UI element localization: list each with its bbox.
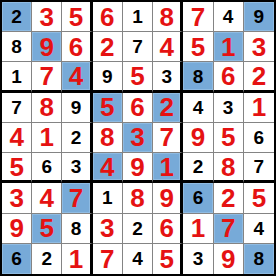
cell-r1c8[interactable]: 4: [214, 2, 244, 32]
cell-r1c7[interactable]: 7: [183, 2, 213, 32]
given-digit: 4: [254, 219, 265, 238]
given-digit: 6: [254, 128, 265, 147]
cell-r4c5[interactable]: 6: [123, 93, 153, 123]
cell-r4c2[interactable]: 8: [32, 93, 62, 123]
solved-digit: 7: [221, 215, 235, 241]
cell-r2c8[interactable]: 1: [214, 32, 244, 62]
given-digit: 7: [132, 37, 143, 56]
cell-r9c1[interactable]: 6: [2, 244, 32, 274]
cell-r4c4[interactable]: 5: [93, 93, 123, 123]
given-digit: 7: [11, 98, 22, 117]
solved-digit: 6: [100, 4, 114, 30]
given-digit: 7: [254, 157, 265, 176]
solved-digit: 8: [221, 154, 235, 180]
solved-digit: 1: [191, 215, 205, 241]
cell-r4c9[interactable]: 1: [244, 93, 274, 123]
cell-r6c4[interactable]: 4: [93, 153, 123, 183]
cell-r4c6[interactable]: 2: [153, 93, 183, 123]
solved-digit: 6: [69, 34, 83, 60]
solved-digit: 5: [221, 124, 235, 150]
solved-digit: 8: [40, 94, 54, 120]
solved-digit: 8: [100, 124, 114, 150]
cell-r3c8[interactable]: 6: [214, 62, 244, 92]
given-digit: 2: [132, 219, 143, 238]
cell-r1c1[interactable]: 2: [2, 2, 32, 32]
solved-digit: 4: [9, 124, 23, 150]
cell-r7c7[interactable]: 6: [183, 183, 213, 213]
cell-r8c7[interactable]: 1: [183, 214, 213, 244]
cell-r3c9[interactable]: 2: [244, 62, 274, 92]
solved-digit: 5: [191, 34, 205, 60]
solved-digit: 5: [159, 246, 173, 272]
solved-digit: 5: [9, 154, 23, 180]
solved-digit: 5: [252, 185, 266, 211]
cell-r7c5[interactable]: 8: [123, 183, 153, 213]
cell-r6c3[interactable]: 3: [62, 153, 92, 183]
cell-r3c7[interactable]: 8: [183, 62, 213, 92]
cell-r5c5[interactable]: 3: [123, 123, 153, 153]
solved-digit: 3: [100, 215, 114, 241]
cell-r1c9[interactable]: 9: [244, 2, 274, 32]
given-digit: 4: [193, 98, 204, 117]
cell-r7c2[interactable]: 4: [32, 183, 62, 213]
cell-r5c2[interactable]: 1: [32, 123, 62, 153]
cell-r9c3[interactable]: 1: [62, 244, 92, 274]
given-digit: 2: [42, 249, 53, 268]
solved-digit: 9: [40, 34, 54, 60]
solved-digit: 5: [100, 94, 114, 120]
cell-r8c5[interactable]: 2: [123, 214, 153, 244]
cell-r6c9[interactable]: 7: [244, 153, 274, 183]
cell-r1c6[interactable]: 8: [153, 2, 183, 32]
cell-r4c1[interactable]: 7: [2, 93, 32, 123]
given-digit: 9: [102, 67, 113, 86]
solved-digit: 7: [159, 124, 173, 150]
solved-digit: 7: [40, 63, 54, 89]
cell-r1c3[interactable]: 5: [62, 2, 92, 32]
cell-r7c4[interactable]: 1: [93, 183, 123, 213]
cell-r7c1[interactable]: 3: [2, 183, 32, 213]
cell-r9c6[interactable]: 5: [153, 244, 183, 274]
cell-r8c2[interactable]: 5: [32, 214, 62, 244]
cell-r7c3[interactable]: 7: [62, 183, 92, 213]
solved-digit: 6: [159, 215, 173, 241]
solved-digit: 8: [159, 4, 173, 30]
cell-r3c5[interactable]: 5: [123, 62, 153, 92]
cell-r4c7[interactable]: 4: [183, 93, 213, 123]
solved-digit: 9: [9, 215, 23, 241]
cell-r8c9[interactable]: 4: [244, 214, 274, 244]
solved-digit: 5: [40, 215, 54, 241]
cell-r3c6[interactable]: 3: [153, 62, 183, 92]
solved-digit: 3: [40, 4, 54, 30]
cell-r9c7[interactable]: 3: [183, 244, 213, 274]
given-digit: 8: [193, 67, 204, 86]
given-digit: 8: [71, 219, 82, 238]
given-digit: 9: [254, 7, 265, 26]
given-digit: 3: [223, 98, 234, 117]
cell-r4c8[interactable]: 3: [214, 93, 244, 123]
given-digit: 4: [223, 7, 234, 26]
solved-digit: 4: [40, 185, 54, 211]
given-digit: 8: [11, 37, 22, 56]
sudoku-app: 2356187498962745131749538627895624314128…: [0, 0, 276, 276]
solved-digit: 1: [252, 94, 266, 120]
cell-r3c4[interactable]: 9: [93, 62, 123, 92]
sudoku-board: 2356187498962745131749538627895624314128…: [0, 0, 276, 276]
solved-digit: 1: [40, 124, 54, 150]
cell-r9c2[interactable]: 2: [32, 244, 62, 274]
solved-digit: 3: [130, 124, 144, 150]
cell-r6c7[interactable]: 2: [183, 153, 213, 183]
cell-r3c1[interactable]: 1: [2, 62, 32, 92]
solved-digit: 2: [252, 63, 266, 89]
given-digit: 6: [11, 249, 22, 268]
cell-r7c8[interactable]: 2: [214, 183, 244, 213]
solved-digit: 1: [159, 154, 173, 180]
solved-digit: 4: [100, 154, 114, 180]
cell-r5c4[interactable]: 8: [93, 123, 123, 153]
cell-r5c6[interactable]: 7: [153, 123, 183, 153]
cell-r6c8[interactable]: 8: [214, 153, 244, 183]
cell-r8c1[interactable]: 9: [2, 214, 32, 244]
solved-digit: 7: [69, 185, 83, 211]
solved-digit: 7: [191, 4, 205, 30]
cell-r2c1[interactable]: 8: [2, 32, 32, 62]
cell-r9c8[interactable]: 9: [214, 244, 244, 274]
cell-r8c3[interactable]: 8: [62, 214, 92, 244]
solved-digit: 9: [159, 185, 173, 211]
cell-r9c5[interactable]: 4: [123, 244, 153, 274]
solved-digit: 3: [252, 34, 266, 60]
given-digit: 2: [11, 7, 22, 26]
solved-digit: 9: [221, 246, 235, 272]
cell-r2c6[interactable]: 4: [153, 32, 183, 62]
given-digit: 6: [193, 188, 204, 207]
solved-digit: 4: [159, 34, 173, 60]
solved-digit: 7: [100, 246, 114, 272]
cell-r8c8[interactable]: 7: [214, 214, 244, 244]
solved-digit: 5: [130, 63, 144, 89]
given-digit: 1: [11, 67, 22, 86]
cell-r1c5[interactable]: 1: [123, 2, 153, 32]
given-digit: 3: [71, 157, 82, 176]
cell-r8c4[interactable]: 3: [93, 214, 123, 244]
given-digit: 6: [42, 157, 53, 176]
solved-digit: 2: [100, 34, 114, 60]
solved-digit: 5: [69, 4, 83, 30]
cell-r5c3[interactable]: 2: [62, 123, 92, 153]
cell-r9c9[interactable]: 8: [244, 244, 274, 274]
cell-r5c1[interactable]: 4: [2, 123, 32, 153]
solved-digit: 9: [130, 154, 144, 180]
solved-digit: 1: [221, 34, 235, 60]
solved-digit: 3: [9, 185, 23, 211]
cell-r3c2[interactable]: 7: [32, 62, 62, 92]
cell-r8c6[interactable]: 6: [153, 214, 183, 244]
cell-r6c5[interactable]: 9: [123, 153, 153, 183]
given-digit: 3: [193, 249, 204, 268]
cell-r2c9[interactable]: 3: [244, 32, 274, 62]
solved-digit: 6: [221, 63, 235, 89]
solved-digit: 2: [221, 185, 235, 211]
cell-r2c4[interactable]: 2: [93, 32, 123, 62]
given-digit: 1: [102, 188, 113, 207]
cell-r2c3[interactable]: 6: [62, 32, 92, 62]
cell-r1c4[interactable]: 6: [93, 2, 123, 32]
cell-r5c8[interactable]: 5: [214, 123, 244, 153]
cell-r1c2[interactable]: 3: [32, 2, 62, 32]
cell-r5c7[interactable]: 9: [183, 123, 213, 153]
solved-digit: 8: [130, 185, 144, 211]
cell-r6c6[interactable]: 1: [153, 153, 183, 183]
given-digit: 2: [71, 128, 82, 147]
given-digit: 8: [254, 249, 265, 268]
solved-digit: 4: [69, 63, 83, 89]
cell-r7c6[interactable]: 9: [153, 183, 183, 213]
cell-r9c4[interactable]: 7: [93, 244, 123, 274]
cell-r6c2[interactable]: 6: [32, 153, 62, 183]
given-digit: 9: [71, 98, 82, 117]
cell-r4c3[interactable]: 9: [62, 93, 92, 123]
cell-r2c5[interactable]: 7: [123, 32, 153, 62]
solved-digit: 9: [191, 124, 205, 150]
cell-r2c2[interactable]: 9: [32, 32, 62, 62]
cell-r6c1[interactable]: 5: [2, 153, 32, 183]
solved-digit: 1: [69, 246, 83, 272]
cell-r5c9[interactable]: 6: [244, 123, 274, 153]
given-digit: 1: [132, 7, 143, 26]
cell-r7c9[interactable]: 5: [244, 183, 274, 213]
given-digit: 4: [132, 249, 143, 268]
cell-r3c3[interactable]: 4: [62, 62, 92, 92]
cell-r2c7[interactable]: 5: [183, 32, 213, 62]
solved-digit: 6: [130, 94, 144, 120]
solved-digit: 2: [159, 94, 173, 120]
given-digit: 3: [161, 67, 172, 86]
given-digit: 2: [193, 157, 204, 176]
